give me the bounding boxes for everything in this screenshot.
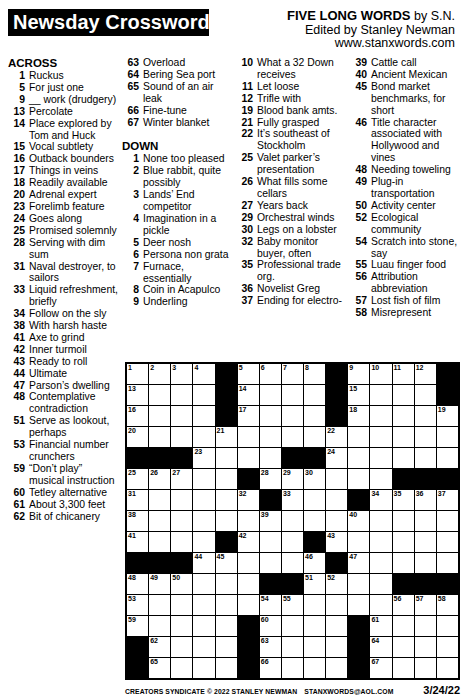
grid-cell[interactable]: 7 bbox=[282, 364, 303, 384]
grid-cell[interactable] bbox=[437, 532, 458, 552]
grid-cell[interactable]: 60 bbox=[260, 616, 281, 636]
grid-cell[interactable] bbox=[193, 532, 214, 552]
grid-cell[interactable]: 19 bbox=[437, 406, 458, 426]
across-clue-17: 17Things in veins bbox=[8, 165, 120, 177]
grid-cell[interactable] bbox=[370, 427, 391, 447]
down-clue-35: 35Professional trade org. bbox=[236, 259, 348, 283]
grid-cell[interactable] bbox=[393, 511, 414, 531]
grid-cell[interactable] bbox=[282, 553, 303, 573]
grid-cell[interactable] bbox=[260, 385, 281, 405]
grid-cell[interactable] bbox=[348, 532, 369, 552]
clue-text: Percolate bbox=[29, 106, 120, 118]
across-clue-65: 65Sound of an air leak bbox=[122, 81, 234, 105]
grid-cell[interactable]: 57 bbox=[415, 595, 436, 615]
grid-cell[interactable] bbox=[437, 658, 458, 678]
grid-cell[interactable] bbox=[415, 385, 436, 405]
grid-cell[interactable] bbox=[393, 532, 414, 552]
grid-cell[interactable]: 67 bbox=[370, 658, 391, 678]
grid-cell[interactable]: 36 bbox=[415, 490, 436, 510]
clue-number: 21 bbox=[236, 117, 257, 129]
grid-cell[interactable]: 64 bbox=[370, 637, 391, 657]
grid-cell[interactable]: 3 bbox=[171, 364, 192, 384]
grid-cell[interactable] bbox=[216, 448, 237, 468]
grid-cell[interactable]: 9 bbox=[348, 364, 369, 384]
clue-text: Ancient Mexican bbox=[371, 69, 460, 81]
grid-cell[interactable] bbox=[171, 637, 192, 657]
grid-cell[interactable] bbox=[149, 511, 170, 531]
down-clue-58: 58Misrepresent bbox=[350, 307, 460, 319]
clue-number: 14 bbox=[8, 118, 29, 142]
grid-cell[interactable] bbox=[282, 385, 303, 405]
cell-number: 31 bbox=[128, 490, 136, 498]
clue-number: 32 bbox=[236, 236, 257, 260]
grid-cell[interactable] bbox=[193, 595, 214, 615]
grid-cell[interactable] bbox=[216, 616, 237, 636]
across-clue-42: 42Inner turmoil bbox=[8, 344, 120, 356]
black-cell bbox=[326, 385, 347, 405]
black-cell bbox=[326, 406, 347, 426]
grid-cell[interactable] bbox=[193, 406, 214, 426]
grid-cell[interactable]: 44 bbox=[193, 553, 214, 573]
grid-cell[interactable]: 40 bbox=[348, 511, 369, 531]
grid-cell[interactable] bbox=[238, 574, 259, 594]
grid-cell[interactable] bbox=[370, 553, 391, 573]
grid-cell[interactable]: 43 bbox=[326, 532, 347, 552]
clue-text: Serving with dim sum bbox=[29, 237, 120, 261]
clue-number: 4 bbox=[122, 213, 143, 237]
grid-cell[interactable] bbox=[326, 637, 347, 657]
grid-cell[interactable]: 45 bbox=[216, 553, 237, 573]
clue-text: Blue rabbit, quite possibly bbox=[143, 165, 234, 189]
clue-text: Tetley alternative bbox=[29, 487, 120, 499]
grid-cell[interactable] bbox=[304, 490, 325, 510]
clue-text: Inner turmoil bbox=[29, 344, 120, 356]
black-cell bbox=[238, 658, 259, 678]
grid-cell[interactable] bbox=[171, 406, 192, 426]
clue-text: Contemplative contradiction bbox=[29, 391, 120, 415]
across-clue-41: 41Axe to grind bbox=[8, 332, 120, 344]
grid-cell[interactable]: 8 bbox=[304, 364, 325, 384]
grid-cell[interactable]: 39 bbox=[260, 511, 281, 531]
grid-cell[interactable] bbox=[260, 532, 281, 552]
grid-cell[interactable] bbox=[370, 511, 391, 531]
grid-cell[interactable]: 58 bbox=[437, 595, 458, 615]
clue-text: Forelimb feature bbox=[29, 201, 120, 213]
cell-number: 13 bbox=[128, 385, 136, 393]
grid-cell[interactable] bbox=[193, 469, 214, 489]
grid-cell[interactable] bbox=[304, 406, 325, 426]
grid-cell[interactable] bbox=[260, 553, 281, 573]
grid-cell[interactable] bbox=[260, 427, 281, 447]
grid-cell[interactable] bbox=[171, 385, 192, 405]
grid-cell[interactable]: 42 bbox=[238, 532, 259, 552]
clue-number: 8 bbox=[122, 284, 143, 296]
grid-cell[interactable] bbox=[393, 553, 414, 573]
grid-cell[interactable]: 25 bbox=[127, 469, 148, 489]
grid-cell[interactable] bbox=[193, 490, 214, 510]
grid-cell[interactable] bbox=[171, 595, 192, 615]
across-clue-28: 28Serving with dim sum bbox=[8, 237, 120, 261]
grid-cell[interactable]: 53 bbox=[127, 595, 148, 615]
clue-number: 53 bbox=[8, 439, 29, 463]
grid-cell[interactable] bbox=[415, 532, 436, 552]
grid-cell[interactable] bbox=[393, 616, 414, 636]
grid-cell[interactable] bbox=[216, 637, 237, 657]
clue-text: “Don’t play” musical instruction bbox=[29, 463, 120, 487]
grid-cell[interactable] bbox=[216, 595, 237, 615]
grid-cell[interactable]: 55 bbox=[282, 595, 303, 615]
grid-cell[interactable] bbox=[260, 406, 281, 426]
grid-cell[interactable] bbox=[370, 448, 391, 468]
cell-number: 10 bbox=[371, 364, 379, 372]
grid-cell[interactable] bbox=[216, 490, 237, 510]
grid-cell[interactable]: 41 bbox=[127, 532, 148, 552]
clue-text: Serve as lookout, perhaps bbox=[29, 415, 120, 439]
clue-text: Needing toweling bbox=[371, 164, 460, 176]
grid-cell[interactable]: 23 bbox=[193, 448, 214, 468]
grid-cell[interactable]: 46 bbox=[304, 553, 325, 573]
down-clue-50: 50Activity center bbox=[350, 200, 460, 212]
down-clue-36: 36Novelist Greg bbox=[236, 283, 348, 295]
grid-cell[interactable] bbox=[393, 406, 414, 426]
grid-cell[interactable] bbox=[193, 385, 214, 405]
black-cell bbox=[260, 490, 281, 510]
clue-number: 38 bbox=[8, 320, 29, 332]
grid-cell[interactable]: 14 bbox=[238, 385, 259, 405]
grid-cell[interactable]: 66 bbox=[260, 658, 281, 678]
grid-cell[interactable]: 27 bbox=[171, 469, 192, 489]
grid-cell[interactable]: 16 bbox=[127, 406, 148, 426]
grid-cell[interactable]: 35 bbox=[393, 490, 414, 510]
across-clue-15: 15Vocal subtlety bbox=[8, 141, 120, 153]
grid-cell[interactable]: 29 bbox=[282, 469, 303, 489]
grid-cell[interactable] bbox=[149, 385, 170, 405]
grid-cell[interactable]: 31 bbox=[127, 490, 148, 510]
grid-cell[interactable] bbox=[193, 427, 214, 447]
clue-text: Baby monitor buyer, often bbox=[257, 236, 348, 260]
grid-cell[interactable] bbox=[326, 595, 347, 615]
grid-cell[interactable] bbox=[171, 616, 192, 636]
grid-cell[interactable]: 10 bbox=[370, 364, 391, 384]
cell-number: 29 bbox=[283, 469, 291, 477]
puzzle-date: 3/24/22 bbox=[423, 684, 460, 696]
clue-number: 25 bbox=[8, 225, 29, 237]
grid-cell[interactable] bbox=[415, 637, 436, 657]
grid-cell[interactable] bbox=[370, 385, 391, 405]
black-cell bbox=[216, 385, 237, 405]
grid-cell[interactable] bbox=[326, 658, 347, 678]
clue-number: 23 bbox=[8, 201, 29, 213]
grid-cell[interactable] bbox=[193, 658, 214, 678]
grid-cell[interactable] bbox=[304, 427, 325, 447]
down-clue-45: 45Bond market benchmarks, for short bbox=[350, 81, 460, 117]
grid-cell[interactable] bbox=[393, 427, 414, 447]
grid-cell[interactable] bbox=[348, 595, 369, 615]
grid-cell[interactable] bbox=[304, 637, 325, 657]
grid-cell[interactable] bbox=[282, 427, 303, 447]
grid-cell[interactable] bbox=[304, 658, 325, 678]
grid-cell[interactable] bbox=[171, 532, 192, 552]
down-clue-25: 25Valet parker’s presentation bbox=[236, 152, 348, 176]
grid-cell[interactable]: 30 bbox=[304, 469, 325, 489]
grid-cell[interactable] bbox=[282, 637, 303, 657]
grid-cell[interactable] bbox=[171, 490, 192, 510]
across-clue-9: 9__ work (drudgery) bbox=[8, 94, 120, 106]
black-cell bbox=[238, 616, 259, 636]
grid-cell[interactable] bbox=[393, 658, 414, 678]
across-clue-5: 5For just one bbox=[8, 82, 120, 94]
clue-number: 20 bbox=[8, 189, 29, 201]
grid-cell[interactable] bbox=[393, 637, 414, 657]
grid-cell[interactable]: 50 bbox=[171, 574, 192, 594]
grid-cell[interactable]: 47 bbox=[348, 553, 369, 573]
grid-cell[interactable] bbox=[348, 448, 369, 468]
grid-cell[interactable]: 56 bbox=[393, 595, 414, 615]
clue-text: Legs on a lobster bbox=[257, 224, 348, 236]
cell-number: 52 bbox=[327, 574, 335, 582]
grid-cell[interactable]: 61 bbox=[370, 616, 391, 636]
grid-cell[interactable]: 48 bbox=[127, 574, 148, 594]
puzzle-byline: by S.N. bbox=[411, 9, 455, 23]
grid-cell[interactable]: 65 bbox=[149, 658, 170, 678]
grid-cell[interactable] bbox=[370, 595, 391, 615]
cell-number: 4 bbox=[194, 364, 198, 372]
across-clue-48: 48Contemplative contradiction bbox=[8, 391, 120, 415]
grid-cell[interactable]: 17 bbox=[238, 406, 259, 426]
clue-text: Novelist Greg bbox=[257, 283, 348, 295]
down-clue-30: 30Legs on a lobster bbox=[236, 224, 348, 236]
grid-cell[interactable] bbox=[216, 658, 237, 678]
across-clue-51: 51Serve as lookout, perhaps bbox=[8, 415, 120, 439]
grid-cell[interactable] bbox=[370, 406, 391, 426]
clue-text: Naval destroyer, to sailors bbox=[29, 261, 120, 285]
grid-cell[interactable] bbox=[326, 511, 347, 531]
grid-cell[interactable] bbox=[216, 574, 237, 594]
grid-cell[interactable] bbox=[415, 406, 436, 426]
clue-number: 47 bbox=[8, 380, 29, 392]
grid-cell[interactable] bbox=[437, 616, 458, 636]
column-spacer bbox=[122, 128, 234, 140]
grid-cell[interactable]: 52 bbox=[326, 574, 347, 594]
grid-cell[interactable] bbox=[282, 406, 303, 426]
grid-cell[interactable] bbox=[370, 469, 391, 489]
grid-cell[interactable]: 37 bbox=[437, 490, 458, 510]
grid-cell[interactable] bbox=[260, 448, 281, 468]
grid-cell[interactable] bbox=[370, 532, 391, 552]
black-cell bbox=[326, 553, 347, 573]
grid-cell[interactable] bbox=[415, 511, 436, 531]
grid-cell[interactable] bbox=[149, 427, 170, 447]
cell-number: 44 bbox=[194, 553, 202, 561]
clue-number: 37 bbox=[236, 295, 257, 307]
puzzle-title: FIVE LONG WORDS bbox=[287, 8, 411, 23]
grid-cell[interactable]: 12 bbox=[415, 364, 436, 384]
black-cell bbox=[348, 637, 369, 657]
grid-cell[interactable]: 11 bbox=[393, 364, 414, 384]
grid-cell[interactable]: 5 bbox=[238, 364, 259, 384]
across-clue-60: 60Tetley alternative bbox=[8, 487, 120, 499]
clue-text: Luau finger food bbox=[371, 259, 460, 271]
cell-number: 45 bbox=[217, 553, 225, 561]
grid-cell[interactable] bbox=[149, 595, 170, 615]
grid-cell[interactable] bbox=[149, 406, 170, 426]
black-cell bbox=[149, 553, 170, 573]
grid-cell[interactable]: 51 bbox=[304, 574, 325, 594]
cell-number: 15 bbox=[349, 385, 357, 393]
puzzle-title-line: FIVE LONG WORDS by S.N. bbox=[287, 9, 455, 24]
grid-cell[interactable] bbox=[216, 511, 237, 531]
grid-cell[interactable]: 62 bbox=[149, 637, 170, 657]
grid-cell[interactable] bbox=[437, 448, 458, 468]
grid-cell[interactable] bbox=[171, 658, 192, 678]
across-clue-20: 20Adrenal expert bbox=[8, 189, 120, 201]
grid-cell[interactable] bbox=[282, 616, 303, 636]
grid-cell[interactable] bbox=[348, 469, 369, 489]
clue-text: What fills some cellars bbox=[257, 176, 348, 200]
cell-number: 48 bbox=[128, 574, 136, 582]
grid-cell[interactable]: 21 bbox=[216, 427, 237, 447]
grid-cell[interactable]: 24 bbox=[326, 448, 347, 468]
puzzle-header: FIVE LONG WORDS by S.N. Edited by Stanle… bbox=[287, 9, 455, 51]
black-cell bbox=[238, 469, 259, 489]
grid-cell[interactable] bbox=[304, 595, 325, 615]
cell-number: 16 bbox=[128, 406, 136, 414]
grid-cell[interactable]: 63 bbox=[260, 637, 281, 657]
grid-cell[interactable] bbox=[238, 595, 259, 615]
grid-cell[interactable] bbox=[370, 574, 391, 594]
down-clue-56: 56Attribution abbreviation bbox=[350, 271, 460, 295]
grid-cell[interactable] bbox=[415, 616, 436, 636]
clue-column-1: ACROSS1Ruckus5For just one9__ work (drud… bbox=[8, 57, 120, 522]
grid-cell[interactable] bbox=[437, 553, 458, 573]
clue-number: 40 bbox=[350, 69, 371, 81]
across-clue-1: 1Ruckus bbox=[8, 70, 120, 82]
clue-number: 7 bbox=[122, 261, 143, 285]
grid-cell[interactable]: 26 bbox=[149, 469, 170, 489]
grid-cell[interactable] bbox=[238, 448, 259, 468]
clue-column-4: 39Cattle call40Ancient Mexican45Bond mar… bbox=[350, 57, 460, 319]
grid-cell[interactable] bbox=[193, 637, 214, 657]
cell-number: 3 bbox=[172, 364, 176, 372]
grid-cell[interactable] bbox=[326, 490, 347, 510]
grid-cell[interactable]: 28 bbox=[260, 469, 281, 489]
grid-cell[interactable]: 2 bbox=[149, 364, 170, 384]
down-clue-5: 5Deer nosh bbox=[122, 237, 234, 249]
grid-cell[interactable] bbox=[193, 616, 214, 636]
grid-cell[interactable]: 1 bbox=[127, 364, 148, 384]
grid-cell[interactable] bbox=[415, 448, 436, 468]
down-clue-54: 54Scratch into stone, say bbox=[350, 236, 460, 260]
clue-number: 16 bbox=[8, 153, 29, 165]
grid-cell[interactable] bbox=[282, 532, 303, 552]
grid-cell[interactable] bbox=[149, 532, 170, 552]
grid-cell[interactable]: 6 bbox=[260, 364, 281, 384]
clue-column-3: 10What a 32 Down receives11Let loose12Tr… bbox=[236, 57, 348, 307]
grid-cell[interactable] bbox=[238, 427, 259, 447]
grid-cell[interactable] bbox=[304, 385, 325, 405]
grid-cell[interactable] bbox=[415, 427, 436, 447]
grid-cell[interactable] bbox=[437, 427, 458, 447]
grid-cell[interactable]: 34 bbox=[370, 490, 391, 510]
grid-cell[interactable]: 54 bbox=[260, 595, 281, 615]
black-cell bbox=[171, 553, 192, 573]
grid-cell[interactable] bbox=[282, 511, 303, 531]
grid-cell[interactable]: 33 bbox=[282, 490, 303, 510]
grid-cell[interactable] bbox=[437, 637, 458, 657]
clue-text: Ruckus bbox=[29, 70, 120, 82]
clue-number: 58 bbox=[350, 307, 371, 319]
black-cell bbox=[127, 658, 148, 678]
grid-cell[interactable]: 49 bbox=[149, 574, 170, 594]
grid-cell[interactable] bbox=[348, 574, 369, 594]
grid-cell[interactable] bbox=[149, 490, 170, 510]
clue-text: Plug-in transportation bbox=[371, 176, 460, 200]
grid-cell[interactable] bbox=[326, 469, 347, 489]
grid-cell[interactable] bbox=[393, 448, 414, 468]
grid-cell[interactable]: 13 bbox=[127, 385, 148, 405]
clue-text: Persona non grata bbox=[143, 249, 234, 261]
clue-text: Fully grasped bbox=[257, 117, 348, 129]
grid-cell[interactable] bbox=[304, 511, 325, 531]
grid-cell[interactable] bbox=[149, 616, 170, 636]
down-clue-8: 8Coin in Acapulco bbox=[122, 284, 234, 296]
clue-text: Activity center bbox=[371, 200, 460, 212]
clue-text: Scratch into stone, say bbox=[371, 236, 460, 260]
grid-cell[interactable] bbox=[282, 658, 303, 678]
clue-number: 28 bbox=[8, 237, 29, 261]
grid-cell[interactable]: 59 bbox=[127, 616, 148, 636]
grid-cell[interactable]: 22 bbox=[326, 427, 347, 447]
clue-number: 42 bbox=[8, 344, 29, 356]
grid-cell[interactable] bbox=[216, 469, 237, 489]
grid-cell[interactable] bbox=[348, 427, 369, 447]
grid-cell[interactable]: 4 bbox=[193, 364, 214, 384]
crossword-grid: 1234567891011121314151617181920212223242… bbox=[125, 362, 460, 680]
grid-cell[interactable] bbox=[415, 553, 436, 573]
clue-text: Things in veins bbox=[29, 165, 120, 177]
clue-number: 27 bbox=[236, 200, 257, 212]
cell-number: 1 bbox=[128, 364, 132, 372]
grid-cell[interactable] bbox=[326, 616, 347, 636]
clue-text: Ultimate bbox=[29, 368, 120, 380]
grid-cell[interactable]: 18 bbox=[348, 406, 369, 426]
grid-cell[interactable] bbox=[171, 511, 192, 531]
grid-cell[interactable] bbox=[238, 511, 259, 531]
cell-number: 63 bbox=[261, 637, 269, 645]
grid-cell[interactable] bbox=[193, 511, 214, 531]
grid-cell[interactable]: 15 bbox=[348, 385, 369, 405]
grid-cell[interactable] bbox=[171, 427, 192, 447]
clue-text: Bit of chicanery bbox=[29, 511, 120, 523]
puzzle-editor: Edited by Stanley Newman bbox=[287, 24, 455, 38]
grid-cell[interactable]: 38 bbox=[127, 511, 148, 531]
cell-number: 12 bbox=[416, 364, 424, 372]
clue-number: 10 bbox=[236, 57, 257, 81]
across-clue-24: 24Goes along bbox=[8, 213, 120, 225]
cell-number: 2 bbox=[150, 364, 154, 372]
cell-number: 14 bbox=[239, 385, 247, 393]
grid-cell[interactable] bbox=[304, 616, 325, 636]
down-clue-39: 39Cattle call bbox=[350, 57, 460, 69]
grid-cell[interactable] bbox=[437, 511, 458, 531]
grid-cell[interactable] bbox=[415, 658, 436, 678]
grid-cell[interactable] bbox=[393, 385, 414, 405]
grid-cell[interactable]: 20 bbox=[127, 427, 148, 447]
grid-cell[interactable] bbox=[238, 553, 259, 573]
grid-cell[interactable] bbox=[193, 574, 214, 594]
grid-cell[interactable]: 32 bbox=[238, 490, 259, 510]
black-cell bbox=[282, 448, 303, 468]
